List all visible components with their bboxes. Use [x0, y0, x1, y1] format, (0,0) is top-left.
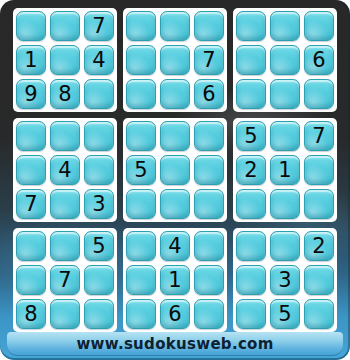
- cell-r4c9[interactable]: 7: [304, 121, 334, 151]
- cell-r1c2[interactable]: [50, 11, 80, 41]
- cell-r1c3[interactable]: 7: [84, 11, 114, 41]
- cell-r7c8[interactable]: [270, 231, 300, 261]
- box-3-3: 235: [233, 228, 337, 332]
- cell-r1c4[interactable]: [126, 11, 156, 41]
- cell-r6c5[interactable]: [160, 189, 190, 219]
- cell-r4c6[interactable]: [194, 121, 224, 151]
- cell-r8c9[interactable]: [304, 265, 334, 295]
- box-1-1: 71498: [13, 8, 117, 112]
- cell-r3c1[interactable]: 9: [16, 79, 46, 109]
- cell-r4c1[interactable]: [16, 121, 46, 151]
- cell-r6c7[interactable]: [236, 189, 266, 219]
- cell-r6c3[interactable]: 3: [84, 189, 114, 219]
- cell-r4c5[interactable]: [160, 121, 190, 151]
- cell-r1c7[interactable]: [236, 11, 266, 41]
- cell-r8c4[interactable]: [126, 265, 156, 295]
- cell-r7c9[interactable]: 2: [304, 231, 334, 261]
- cell-r5c6[interactable]: [194, 155, 224, 185]
- cell-r4c8[interactable]: [270, 121, 300, 151]
- cell-r4c2[interactable]: [50, 121, 80, 151]
- site-link[interactable]: www.sudokusweb.com: [76, 335, 273, 353]
- cell-r7c4[interactable]: [126, 231, 156, 261]
- box-3-2: 416: [123, 228, 227, 332]
- cell-r6c6[interactable]: [194, 189, 224, 219]
- cell-r9c6[interactable]: [194, 299, 224, 329]
- cell-r2c5[interactable]: [160, 45, 190, 75]
- box-1-3: 6: [233, 8, 337, 112]
- cell-r8c5[interactable]: 1: [160, 265, 190, 295]
- cell-r8c1[interactable]: [16, 265, 46, 295]
- cell-r3c3[interactable]: [84, 79, 114, 109]
- cell-r4c3[interactable]: [84, 121, 114, 151]
- footer-band: www.sudokusweb.com: [7, 332, 343, 356]
- cell-r8c2[interactable]: 7: [50, 265, 80, 295]
- cell-r7c7[interactable]: [236, 231, 266, 261]
- cell-r1c5[interactable]: [160, 11, 190, 41]
- cell-r3c8[interactable]: [270, 79, 300, 109]
- cell-r1c8[interactable]: [270, 11, 300, 41]
- cell-r6c8[interactable]: [270, 189, 300, 219]
- cell-r1c1[interactable]: [16, 11, 46, 41]
- box-2-3: 5721: [233, 118, 337, 222]
- cell-r3c7[interactable]: [236, 79, 266, 109]
- cell-r8c3[interactable]: [84, 265, 114, 295]
- cell-r6c1[interactable]: 7: [16, 189, 46, 219]
- cell-r1c6[interactable]: [194, 11, 224, 41]
- cell-r2c1[interactable]: 1: [16, 45, 46, 75]
- cell-r2c9[interactable]: 6: [304, 45, 334, 75]
- cell-r9c7[interactable]: [236, 299, 266, 329]
- box-3-1: 578: [13, 228, 117, 332]
- cell-r3c2[interactable]: 8: [50, 79, 80, 109]
- box-1-2: 76: [123, 8, 227, 112]
- cell-r6c2[interactable]: [50, 189, 80, 219]
- cell-r5c2[interactable]: 4: [50, 155, 80, 185]
- cell-r8c8[interactable]: 3: [270, 265, 300, 295]
- cell-r2c8[interactable]: [270, 45, 300, 75]
- cell-r7c6[interactable]: [194, 231, 224, 261]
- cell-r6c4[interactable]: [126, 189, 156, 219]
- cell-r3c6[interactable]: 6: [194, 79, 224, 109]
- cell-r9c5[interactable]: 6: [160, 299, 190, 329]
- cell-r5c5[interactable]: [160, 155, 190, 185]
- cell-r7c2[interactable]: [50, 231, 80, 261]
- cell-r9c8[interactable]: 5: [270, 299, 300, 329]
- cell-r3c4[interactable]: [126, 79, 156, 109]
- cell-r2c6[interactable]: 7: [194, 45, 224, 75]
- cell-r9c2[interactable]: [50, 299, 80, 329]
- cell-r8c7[interactable]: [236, 265, 266, 295]
- cell-r5c8[interactable]: 1: [270, 155, 300, 185]
- cell-r5c3[interactable]: [84, 155, 114, 185]
- cell-r2c3[interactable]: 4: [84, 45, 114, 75]
- cell-r7c3[interactable]: 5: [84, 231, 114, 261]
- cell-r5c7[interactable]: 2: [236, 155, 266, 185]
- cell-r3c9[interactable]: [304, 79, 334, 109]
- cell-r9c9[interactable]: [304, 299, 334, 329]
- cell-r5c9[interactable]: [304, 155, 334, 185]
- cell-r5c1[interactable]: [16, 155, 46, 185]
- box-2-1: 473: [13, 118, 117, 222]
- cell-r7c5[interactable]: 4: [160, 231, 190, 261]
- cell-r9c3[interactable]: [84, 299, 114, 329]
- cell-r2c2[interactable]: [50, 45, 80, 75]
- cell-r9c1[interactable]: 8: [16, 299, 46, 329]
- cell-r1c9[interactable]: [304, 11, 334, 41]
- cell-r4c7[interactable]: 5: [236, 121, 266, 151]
- sudoku-app: 7149876647355721578416235 www.sudokusweb…: [0, 0, 350, 360]
- cell-r2c7[interactable]: [236, 45, 266, 75]
- cell-r3c5[interactable]: [160, 79, 190, 109]
- cell-r6c9[interactable]: [304, 189, 334, 219]
- cell-r9c4[interactable]: [126, 299, 156, 329]
- cell-r7c1[interactable]: [16, 231, 46, 261]
- cell-r8c6[interactable]: [194, 265, 224, 295]
- cell-r2c4[interactable]: [126, 45, 156, 75]
- cell-r4c4[interactable]: [126, 121, 156, 151]
- sudoku-grid: 7149876647355721578416235: [13, 8, 337, 332]
- cell-r5c4[interactable]: 5: [126, 155, 156, 185]
- box-2-2: 5: [123, 118, 227, 222]
